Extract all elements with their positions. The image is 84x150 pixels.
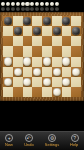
- square-r8c6[interactable]: [52, 87, 62, 97]
- square-r4c1: [3, 46, 13, 56]
- bottom-toolbar: +New↶Undo⚙Settings?Help: [0, 131, 84, 150]
- square-r2c3: [23, 26, 33, 36]
- square-r7c5[interactable]: [42, 77, 52, 87]
- white-piece[interactable]: [62, 78, 70, 86]
- square-r2c7: [62, 26, 72, 36]
- square-r8c5: [42, 87, 52, 97]
- square-r6c3: [23, 67, 33, 77]
- square-r3c3[interactable]: [23, 36, 33, 46]
- white-piece[interactable]: [14, 68, 22, 76]
- square-r1c1[interactable]: [3, 16, 13, 26]
- new-game-icon: +: [5, 134, 13, 142]
- black-piece[interactable]: [53, 27, 61, 35]
- square-r8c2[interactable]: [13, 87, 23, 97]
- square-r2c5: [42, 26, 52, 36]
- square-r1c2: [13, 16, 23, 26]
- square-r7c6: [52, 77, 62, 87]
- square-r7c1[interactable]: [3, 77, 13, 87]
- square-r7c3[interactable]: [23, 77, 33, 87]
- black-piece[interactable]: [4, 17, 12, 25]
- square-r8c3: [23, 87, 33, 97]
- square-r3c1[interactable]: [3, 36, 13, 46]
- square-r5c2: [13, 57, 23, 67]
- square-r3c2: [13, 36, 23, 46]
- square-r4c5: [42, 46, 52, 56]
- captured-white-piece: [25, 2, 29, 6]
- square-r4c6[interactable]: [52, 46, 62, 56]
- captured-white-piece: [35, 2, 39, 6]
- square-r8c1: [3, 87, 13, 97]
- captured-white-piece: [50, 7, 54, 11]
- square-r3c7[interactable]: [62, 36, 72, 46]
- square-r6c7: [62, 67, 72, 77]
- square-r7c8: [71, 77, 81, 87]
- square-r4c3: [23, 46, 33, 56]
- captured-white-piece: [1, 7, 5, 11]
- toolbar-button-label: Undo: [24, 143, 34, 147]
- square-r1c7[interactable]: [62, 16, 72, 26]
- toolbar-button-label: Settings: [45, 143, 59, 147]
- white-piece[interactable]: [33, 68, 41, 76]
- square-r5c7[interactable]: [62, 57, 72, 67]
- undo-icon: ↶: [25, 134, 33, 142]
- white-piece[interactable]: [23, 57, 31, 65]
- square-r1c5[interactable]: [42, 16, 52, 26]
- square-r2c6[interactable]: [52, 26, 62, 36]
- square-r8c8[interactable]: [71, 87, 81, 97]
- captured-white-piece: [21, 7, 25, 11]
- white-piece[interactable]: [43, 57, 51, 65]
- white-piece[interactable]: [43, 78, 51, 86]
- square-r7c2: [13, 77, 23, 87]
- captured-white-piece: [45, 2, 49, 6]
- captured-white-piece: [55, 7, 59, 11]
- white-piece[interactable]: [62, 57, 70, 65]
- square-r3c6: [52, 36, 62, 46]
- square-r5c6: [52, 57, 62, 67]
- square-r2c8[interactable]: [71, 26, 81, 36]
- square-r5c5[interactable]: [42, 57, 52, 67]
- square-r1c8: [71, 16, 81, 26]
- square-r7c7[interactable]: [62, 77, 72, 87]
- captured-white-piece: [55, 2, 59, 6]
- square-r5c1[interactable]: [3, 57, 13, 67]
- captured-white-piece: [40, 2, 44, 6]
- square-r4c2[interactable]: [13, 46, 23, 56]
- square-r5c3[interactable]: [23, 57, 33, 67]
- square-r4c4[interactable]: [32, 46, 42, 56]
- square-r4c7: [62, 46, 72, 56]
- square-r5c4: [32, 57, 42, 67]
- square-r6c2[interactable]: [13, 67, 23, 77]
- square-r8c7: [62, 87, 72, 97]
- black-piece[interactable]: [43, 17, 51, 25]
- square-r2c2[interactable]: [13, 26, 23, 36]
- white-piece[interactable]: [53, 68, 61, 76]
- settings-button[interactable]: ⚙Settings: [43, 134, 61, 148]
- square-r6c4[interactable]: [32, 67, 42, 77]
- new-game-button[interactable]: +New: [4, 134, 14, 148]
- toolbar-button-label: New: [5, 143, 13, 147]
- square-r6c8[interactable]: [71, 67, 81, 77]
- board-frame: [0, 12, 84, 101]
- square-r8c4[interactable]: [32, 87, 42, 97]
- white-piece[interactable]: [23, 78, 31, 86]
- captured-white-piece: [35, 7, 39, 11]
- square-r2c4[interactable]: [32, 26, 42, 36]
- captured-white-piece: [11, 7, 15, 11]
- black-piece[interactable]: [33, 27, 41, 35]
- square-r6c5: [42, 67, 52, 77]
- captured-white-piece: [30, 7, 34, 11]
- captured-white-piece: [50, 2, 54, 6]
- captured-white-piece: [30, 2, 34, 6]
- square-r2c1: [3, 26, 13, 36]
- settings-icon: ⚙: [48, 134, 56, 142]
- captured-white-piece: [45, 7, 49, 11]
- captured-white-piece: [16, 2, 20, 6]
- help-icon: ?: [71, 134, 79, 142]
- captured-white-piece: [25, 7, 29, 11]
- captured-white-piece: [1, 2, 5, 6]
- square-r3c4: [32, 36, 42, 46]
- checkers-board: [3, 16, 81, 97]
- square-r3c8: [71, 36, 81, 46]
- captured-pieces-tray: [1, 2, 59, 6]
- square-r5c8: [71, 57, 81, 67]
- black-piece[interactable]: [23, 17, 31, 25]
- black-piece[interactable]: [14, 27, 22, 35]
- white-piece[interactable]: [72, 68, 80, 76]
- black-piece[interactable]: [62, 17, 70, 25]
- square-r7c4: [32, 77, 42, 87]
- square-r1c3[interactable]: [23, 16, 33, 26]
- captured-white-piece: [6, 7, 10, 11]
- black-piece[interactable]: [72, 27, 80, 35]
- captured-white-piece: [16, 7, 20, 11]
- toolbar-button-label: Help: [70, 143, 78, 147]
- captured-white-piece: [6, 2, 10, 6]
- square-r6c1: [3, 67, 13, 77]
- captured-white-piece: [11, 2, 15, 6]
- help-button[interactable]: ?Help: [69, 134, 79, 148]
- captured-white-piece: [21, 2, 25, 6]
- white-piece[interactable]: [4, 78, 12, 86]
- square-r4c8[interactable]: [71, 46, 81, 56]
- white-piece[interactable]: [4, 57, 12, 65]
- captured-white-piece: [40, 7, 44, 11]
- undo-button[interactable]: ↶Undo: [23, 134, 35, 148]
- square-r1c4: [32, 16, 42, 26]
- white-piece[interactable]: [53, 88, 61, 96]
- square-r1c6: [52, 16, 62, 26]
- square-r6c6[interactable]: [52, 67, 62, 77]
- square-r3c5[interactable]: [42, 36, 52, 46]
- captured-pieces-reflection: [1, 7, 59, 11]
